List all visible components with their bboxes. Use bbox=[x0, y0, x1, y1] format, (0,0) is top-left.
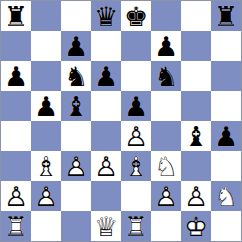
black-pawn-glyph: ♟ bbox=[121, 91, 151, 121]
square-f8[interactable] bbox=[151, 1, 181, 31]
square-g1[interactable]: ♚♔ bbox=[181, 211, 211, 241]
square-e5[interactable]: ♟ bbox=[121, 91, 151, 121]
white-pawn[interactable]: ♟♙ bbox=[181, 181, 211, 211]
square-c1[interactable] bbox=[61, 211, 91, 241]
white-pawn[interactable]: ♟♙ bbox=[121, 121, 151, 151]
white-bishop[interactable]: ♝♗ bbox=[31, 151, 61, 181]
square-e7[interactable] bbox=[121, 31, 151, 61]
black-pawn[interactable]: ♟ bbox=[91, 61, 121, 91]
black-bishop-glyph: ♝ bbox=[181, 121, 211, 151]
square-b4[interactable] bbox=[31, 121, 61, 151]
black-pawn[interactable]: ♟ bbox=[31, 91, 61, 121]
square-a4[interactable] bbox=[1, 121, 31, 151]
square-h4[interactable]: ♟ bbox=[211, 121, 241, 151]
black-pawn-glyph: ♟ bbox=[1, 61, 31, 91]
square-g3[interactable] bbox=[181, 151, 211, 181]
square-g2[interactable]: ♟♙ bbox=[181, 181, 211, 211]
black-rook-glyph: ♜ bbox=[211, 1, 241, 31]
black-pawn[interactable]: ♟ bbox=[211, 121, 241, 151]
square-f2[interactable]: ♟♙ bbox=[151, 181, 181, 211]
white-knight[interactable]: ♞♘ bbox=[211, 181, 241, 211]
square-h3[interactable] bbox=[211, 151, 241, 181]
white-pawn-outline: ♙ bbox=[121, 121, 151, 151]
black-pawn[interactable]: ♟ bbox=[1, 61, 31, 91]
square-f3[interactable]: ♞♘ bbox=[151, 151, 181, 181]
white-king-outline: ♔ bbox=[181, 211, 211, 241]
white-king[interactable]: ♚♔ bbox=[181, 211, 211, 241]
white-pawn-outline: ♙ bbox=[151, 181, 181, 211]
white-pawn[interactable]: ♟♙ bbox=[61, 151, 91, 181]
white-pawn[interactable]: ♟♙ bbox=[91, 151, 121, 181]
white-bishop-outline: ♗ bbox=[31, 151, 61, 181]
square-e6[interactable] bbox=[121, 61, 151, 91]
square-h6[interactable] bbox=[211, 61, 241, 91]
square-d5[interactable] bbox=[91, 91, 121, 121]
white-pawn[interactable]: ♟♙ bbox=[151, 181, 181, 211]
square-a2[interactable]: ♟♙ bbox=[1, 181, 31, 211]
square-g8[interactable] bbox=[181, 1, 211, 31]
black-knight-glyph: ♞ bbox=[151, 61, 181, 91]
square-d1[interactable]: ♛♕ bbox=[91, 211, 121, 241]
white-rook-outline: ♖ bbox=[121, 211, 151, 241]
square-a5[interactable] bbox=[1, 91, 31, 121]
white-knight-outline: ♘ bbox=[151, 151, 181, 181]
square-h8[interactable]: ♜ bbox=[211, 1, 241, 31]
square-d3[interactable]: ♟♙ bbox=[91, 151, 121, 181]
square-c8[interactable] bbox=[61, 1, 91, 31]
black-queen[interactable]: ♛ bbox=[91, 1, 121, 31]
black-knight[interactable]: ♞ bbox=[151, 61, 181, 91]
square-e4[interactable]: ♟♙ bbox=[121, 121, 151, 151]
white-pawn-outline: ♙ bbox=[181, 181, 211, 211]
square-c5[interactable]: ♝ bbox=[61, 91, 91, 121]
square-b5[interactable]: ♟ bbox=[31, 91, 61, 121]
square-c7[interactable]: ♟ bbox=[61, 31, 91, 61]
square-e1[interactable]: ♜♖ bbox=[121, 211, 151, 241]
square-d6[interactable]: ♟ bbox=[91, 61, 121, 91]
black-rook-glyph: ♜ bbox=[1, 1, 31, 31]
square-d8[interactable]: ♛ bbox=[91, 1, 121, 31]
square-f1[interactable] bbox=[151, 211, 181, 241]
square-e8[interactable]: ♚ bbox=[121, 1, 151, 31]
white-knight[interactable]: ♞♘ bbox=[151, 151, 181, 181]
square-f6[interactable]: ♞ bbox=[151, 61, 181, 91]
square-a6[interactable]: ♟ bbox=[1, 61, 31, 91]
white-pawn[interactable]: ♟♙ bbox=[31, 181, 61, 211]
square-e2[interactable] bbox=[121, 181, 151, 211]
square-b3[interactable]: ♝♗ bbox=[31, 151, 61, 181]
square-c3[interactable]: ♟♙ bbox=[61, 151, 91, 181]
black-pawn-glyph: ♟ bbox=[31, 91, 61, 121]
square-a1[interactable]: ♜♖ bbox=[1, 211, 31, 241]
chess-board: ♜♛♚♜♟♟♟♞♟♞♟♝♟♟♙♝♟♝♗♟♙♟♙♝♗♞♘♟♙♟♙♟♙♟♙♞♘♜♖♛… bbox=[0, 0, 242, 242]
square-a3[interactable] bbox=[1, 151, 31, 181]
square-b1[interactable] bbox=[31, 211, 61, 241]
square-h1[interactable] bbox=[211, 211, 241, 241]
black-knight-glyph: ♞ bbox=[61, 61, 91, 91]
white-bishop[interactable]: ♝♗ bbox=[121, 151, 151, 181]
black-bishop[interactable]: ♝ bbox=[61, 91, 91, 121]
square-g5[interactable] bbox=[181, 91, 211, 121]
black-pawn[interactable]: ♟ bbox=[61, 31, 91, 61]
square-g7[interactable] bbox=[181, 31, 211, 61]
white-bishop-outline: ♗ bbox=[121, 151, 151, 181]
black-knight[interactable]: ♞ bbox=[61, 61, 91, 91]
square-h7[interactable] bbox=[211, 31, 241, 61]
black-rook[interactable]: ♜ bbox=[1, 1, 31, 31]
black-pawn-glyph: ♟ bbox=[91, 61, 121, 91]
square-b2[interactable]: ♟♙ bbox=[31, 181, 61, 211]
black-pawn[interactable]: ♟ bbox=[151, 31, 181, 61]
square-c6[interactable]: ♞ bbox=[61, 61, 91, 91]
square-f4[interactable] bbox=[151, 121, 181, 151]
black-bishop[interactable]: ♝ bbox=[181, 121, 211, 151]
black-queen-glyph: ♛ bbox=[91, 1, 121, 31]
square-a7[interactable] bbox=[1, 31, 31, 61]
square-g6[interactable] bbox=[181, 61, 211, 91]
square-c2[interactable] bbox=[61, 181, 91, 211]
square-h2[interactable]: ♞♘ bbox=[211, 181, 241, 211]
white-pawn-outline: ♙ bbox=[91, 151, 121, 181]
black-pawn-glyph: ♟ bbox=[151, 31, 181, 61]
black-pawn-glyph: ♟ bbox=[61, 31, 91, 61]
black-pawn[interactable]: ♟ bbox=[121, 91, 151, 121]
white-rook[interactable]: ♜♖ bbox=[121, 211, 151, 241]
black-rook[interactable]: ♜ bbox=[211, 1, 241, 31]
square-b7[interactable] bbox=[31, 31, 61, 61]
black-bishop-glyph: ♝ bbox=[61, 91, 91, 121]
white-pawn-outline: ♙ bbox=[1, 181, 31, 211]
white-pawn[interactable]: ♟♙ bbox=[1, 181, 31, 211]
white-pawn-outline: ♙ bbox=[61, 151, 91, 181]
square-g4[interactable]: ♝ bbox=[181, 121, 211, 151]
black-pawn-glyph: ♟ bbox=[211, 121, 241, 151]
square-b6[interactable] bbox=[31, 61, 61, 91]
square-f5[interactable] bbox=[151, 91, 181, 121]
square-e3[interactable]: ♝♗ bbox=[121, 151, 151, 181]
black-king[interactable]: ♚ bbox=[121, 1, 151, 31]
square-c4[interactable] bbox=[61, 121, 91, 151]
square-f7[interactable]: ♟ bbox=[151, 31, 181, 61]
square-h5[interactable] bbox=[211, 91, 241, 121]
square-b8[interactable] bbox=[31, 1, 61, 31]
white-queen[interactable]: ♛♕ bbox=[91, 211, 121, 241]
black-king-glyph: ♚ bbox=[121, 1, 151, 31]
white-rook[interactable]: ♜♖ bbox=[1, 211, 31, 241]
white-pawn-outline: ♙ bbox=[31, 181, 61, 211]
square-d4[interactable] bbox=[91, 121, 121, 151]
square-d7[interactable] bbox=[91, 31, 121, 61]
white-knight-outline: ♘ bbox=[211, 181, 241, 211]
white-rook-outline: ♖ bbox=[1, 211, 31, 241]
square-a8[interactable]: ♜ bbox=[1, 1, 31, 31]
white-queen-outline: ♕ bbox=[91, 211, 121, 241]
square-d2[interactable] bbox=[91, 181, 121, 211]
